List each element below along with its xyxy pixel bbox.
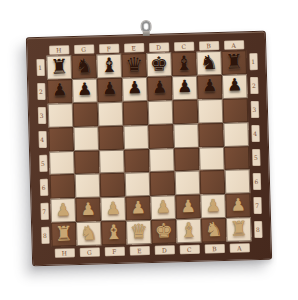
square-a5 [224, 146, 250, 171]
rank-label-right-5-text: 5 [252, 149, 260, 166]
rank-label-left-6: 6 [37, 175, 51, 199]
file-label-top-e-text: E [124, 43, 144, 53]
square-c1: ♝ [171, 52, 197, 77]
photo-background: HHGGFFEEDDCCBBAA1122334455667788♜♞♝♛♚♝♞♜… [0, 0, 298, 300]
file-label-top-b-text: B [199, 41, 219, 51]
file-label-bottom-d-text: D [154, 245, 174, 255]
rank-label-left-7: 7 [37, 199, 51, 223]
square-g8: ♞ [76, 221, 102, 246]
dark-rook: ♜ [225, 51, 243, 71]
rank-label-left-1: 1 [33, 56, 47, 80]
square-b1: ♞ [196, 51, 222, 76]
square-f4 [98, 125, 124, 150]
square-d4 [148, 124, 174, 149]
square-f5 [99, 149, 125, 174]
square-a6 [225, 170, 251, 195]
rank-label-right-3-text: 3 [250, 101, 258, 118]
light-pawn: ♟ [230, 196, 246, 213]
chess-board: HHGGFFEEDDCCBBAA1122334455667788♜♞♝♛♚♝♞♜… [26, 31, 272, 267]
square-e7: ♟ [125, 196, 151, 221]
rank-label-left-8-text: 8 [41, 226, 49, 243]
square-d8: ♚ [151, 219, 177, 244]
square-d7: ♟ [150, 196, 176, 221]
dark-pawn: ♟ [102, 80, 118, 97]
metal-clasp [140, 21, 151, 36]
square-g7: ♟ [75, 198, 101, 223]
file-label-top-d-text: D [149, 42, 169, 52]
light-bishop: ♝ [180, 220, 198, 240]
dark-pawn: ♟ [52, 82, 68, 99]
light-pawn: ♟ [180, 197, 196, 214]
square-e6 [125, 172, 151, 197]
dark-knight: ♞ [75, 55, 93, 75]
square-a8: ♜ [226, 217, 252, 242]
square-e8: ♛ [126, 220, 152, 245]
clasp-mount [143, 31, 150, 36]
square-b6 [200, 170, 226, 195]
square-e4 [123, 125, 149, 150]
rank-label-left-4-text: 4 [38, 131, 46, 148]
dark-pawn: ♟ [77, 81, 93, 98]
file-label-bottom-d: D [152, 243, 177, 256]
light-bishop: ♝ [105, 222, 123, 242]
rank-label-right-1: 1 [246, 50, 260, 74]
rank-label-left-8: 8 [38, 223, 52, 247]
square-g1: ♞ [71, 54, 97, 79]
square-b4 [198, 123, 224, 148]
chess-box: HHGGFFEEDDCCBBAA1122334455667788♜♞♝♛♚♝♞♜… [26, 31, 272, 267]
rank-label-right-4-text: 4 [251, 125, 259, 142]
rank-label-right-2-text: 2 [250, 77, 258, 94]
light-knight: ♞ [80, 223, 98, 243]
dark-pawn: ♟ [202, 77, 218, 94]
rank-label-right-2: 2 [247, 74, 261, 98]
square-c8: ♝ [176, 219, 202, 244]
rank-label-left-2-text: 2 [37, 83, 45, 100]
rank-label-left-3-text: 3 [37, 107, 45, 124]
square-f1: ♝ [96, 54, 122, 79]
square-d2: ♟ [147, 76, 173, 101]
square-b5 [199, 146, 225, 171]
square-d6 [150, 172, 176, 197]
square-g6 [75, 174, 101, 199]
square-e1: ♛ [121, 53, 147, 78]
square-g2: ♟ [72, 78, 98, 103]
light-pawn: ♟ [130, 199, 146, 216]
rank-label-left-6-text: 6 [39, 179, 47, 196]
file-label-top-g-text: G [74, 44, 94, 54]
square-c2: ♟ [172, 76, 198, 101]
square-e5 [124, 149, 150, 174]
file-label-bottom-b: B [202, 242, 227, 255]
square-c7: ♟ [175, 195, 201, 220]
dark-pawn: ♟ [152, 79, 168, 96]
rank-label-left-2: 2 [34, 80, 48, 104]
square-g3 [73, 102, 99, 127]
file-label-top-h-text: H [49, 45, 69, 55]
rank-label-right-1-text: 1 [249, 53, 257, 70]
file-label-bottom-a: A [227, 241, 252, 254]
dark-rook: ♜ [50, 56, 68, 76]
rank-label-left-5: 5 [36, 151, 50, 175]
rank-label-right-5: 5 [249, 145, 263, 169]
rank-label-right-7-text: 7 [253, 197, 261, 214]
rank-label-right-8-text: 8 [254, 220, 262, 237]
rank-label-left-3: 3 [35, 104, 49, 128]
dark-bishop: ♝ [175, 53, 193, 73]
light-queen: ♛ [130, 221, 148, 241]
rank-label-right-3: 3 [248, 98, 262, 122]
square-d5 [149, 148, 175, 173]
square-a7: ♟ [225, 193, 251, 218]
dark-knight: ♞ [200, 52, 218, 72]
square-f3 [98, 101, 124, 126]
file-label-top-c-text: C [174, 41, 194, 51]
light-king: ♚ [155, 220, 173, 240]
square-a3 [223, 98, 249, 123]
square-h3 [48, 103, 74, 128]
square-h6 [50, 174, 76, 199]
square-a1: ♜ [221, 50, 247, 75]
square-e3 [123, 101, 149, 126]
rank-label-left-1-text: 1 [36, 59, 44, 76]
rank-label-left-4: 4 [35, 127, 49, 151]
square-g4 [73, 126, 99, 151]
square-c6 [175, 171, 201, 196]
file-label-bottom-e: E [127, 244, 152, 257]
light-pawn: ♟ [80, 200, 96, 217]
square-b3 [198, 99, 224, 124]
light-pawn: ♟ [155, 198, 171, 215]
square-b8: ♞ [201, 218, 227, 243]
file-label-bottom-h-text: H [54, 248, 74, 258]
rank-label-right-4: 4 [248, 121, 262, 145]
square-h5 [49, 151, 75, 176]
square-h4 [48, 127, 74, 152]
light-rook: ♜ [55, 223, 73, 243]
rank-label-right-8: 8 [251, 217, 265, 241]
square-h1: ♜ [46, 55, 72, 80]
square-b7: ♟ [200, 194, 226, 219]
square-c4 [173, 123, 199, 148]
square-a4 [223, 122, 249, 147]
file-label-top-a-text: A [224, 40, 244, 50]
dark-pawn: ♟ [227, 77, 243, 94]
square-f6 [100, 173, 126, 198]
file-label-bottom-f-text: F [104, 246, 124, 256]
rank-label-right-6-text: 6 [252, 173, 260, 190]
square-h7: ♟ [50, 198, 76, 223]
square-h8: ♜ [51, 222, 77, 247]
square-h2: ♟ [47, 79, 73, 104]
square-c5 [174, 147, 200, 172]
rank-label-left-7-text: 7 [40, 203, 48, 220]
file-label-bottom-a-text: A [229, 243, 249, 253]
dark-bishop: ♝ [100, 55, 118, 75]
light-pawn: ♟ [105, 200, 121, 217]
file-label-bottom-g-text: G [79, 247, 99, 257]
square-d1: ♚ [146, 52, 172, 77]
square-f8: ♝ [101, 221, 127, 246]
light-rook: ♜ [230, 218, 248, 238]
square-a2: ♟ [222, 74, 248, 99]
rank-label-left-5-text: 5 [39, 155, 47, 172]
light-pawn: ♟ [55, 201, 71, 218]
square-d3 [148, 100, 174, 125]
rank-label-right-6: 6 [250, 169, 264, 193]
square-b2: ♟ [197, 75, 223, 100]
file-label-bottom-f: F [102, 245, 127, 258]
file-label-top-f-text: F [99, 43, 119, 53]
square-c3 [173, 99, 199, 124]
file-label-bottom-c: C [177, 243, 202, 256]
square-e2: ♟ [122, 77, 148, 102]
file-label-bottom-e-text: E [129, 246, 149, 256]
square-g5 [74, 150, 100, 175]
rank-label-right-7: 7 [250, 193, 264, 217]
dark-queen: ♛ [125, 54, 143, 74]
square-f7: ♟ [100, 197, 126, 222]
dark-pawn: ♟ [177, 78, 193, 95]
light-knight: ♞ [205, 219, 223, 239]
dark-pawn: ♟ [127, 79, 143, 96]
file-label-bottom-b-text: B [204, 243, 224, 253]
square-f2: ♟ [97, 78, 123, 103]
file-label-bottom-h: H [52, 246, 77, 259]
dark-king: ♚ [150, 53, 168, 73]
file-label-bottom-c-text: C [179, 244, 199, 254]
light-pawn: ♟ [205, 197, 221, 214]
file-label-bottom-g: G [77, 245, 102, 258]
